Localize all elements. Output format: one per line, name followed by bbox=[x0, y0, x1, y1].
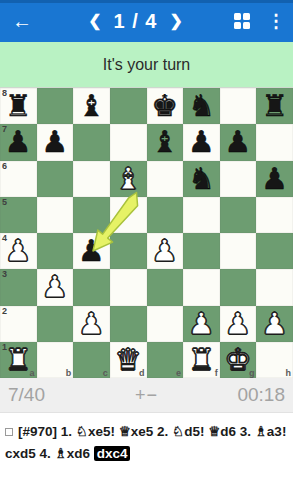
piece-black-knight: ♞ bbox=[183, 161, 220, 197]
moves-line[interactable]: [#970] 1. ♘xe5! ♕xe5 2. ♘d5! ♕d6 3. ♗a3!… bbox=[0, 413, 293, 465]
piece-white-pawn: ♟ bbox=[256, 306, 293, 342]
square-g2[interactable]: ♟ bbox=[220, 306, 257, 342]
turn-banner-text: It's your turn bbox=[103, 56, 191, 74]
square-d1[interactable]: d♛ bbox=[110, 342, 147, 378]
piece-black-pawn: ♟ bbox=[220, 124, 257, 160]
square-e4[interactable]: ♟ bbox=[147, 233, 184, 269]
piece-white-pawn: ♟ bbox=[183, 306, 220, 342]
square-d7[interactable] bbox=[110, 124, 147, 160]
square-a8[interactable]: 8♜ bbox=[0, 88, 37, 124]
piece-white-pawn: ♟ bbox=[73, 306, 110, 342]
score-indicator: +− bbox=[88, 385, 205, 406]
square-f5[interactable] bbox=[183, 197, 220, 233]
square-b3[interactable]: ♟ bbox=[37, 269, 74, 305]
square-h1[interactable]: h bbox=[256, 342, 293, 378]
piece-white-king: ♚ bbox=[220, 342, 257, 378]
square-a5[interactable]: 5 bbox=[0, 197, 37, 233]
square-e5[interactable] bbox=[147, 197, 184, 233]
square-h7[interactable] bbox=[256, 124, 293, 160]
square-a2[interactable]: 2 bbox=[0, 306, 37, 342]
square-c6[interactable] bbox=[73, 161, 110, 197]
timer: 00:18 bbox=[205, 384, 293, 406]
square-e8[interactable]: ♚ bbox=[147, 88, 184, 124]
file-label-h: h bbox=[286, 368, 292, 378]
square-b8[interactable] bbox=[37, 88, 74, 124]
rank-label-6: 6 bbox=[2, 161, 7, 171]
square-e7[interactable]: ♝ bbox=[147, 124, 184, 160]
prev-exercise-icon[interactable]: ❮ bbox=[88, 13, 101, 29]
piece-white-bishop: ♝ bbox=[110, 161, 147, 197]
piece-black-rook: ♜ bbox=[256, 88, 293, 124]
file-label-e: e bbox=[176, 368, 181, 378]
current-move[interactable]: dxc4 bbox=[94, 446, 131, 461]
square-g1[interactable]: g♚ bbox=[220, 342, 257, 378]
exercise-list-button[interactable] bbox=[227, 6, 257, 36]
piece-black-rook: ♜ bbox=[0, 88, 37, 124]
square-c5[interactable] bbox=[73, 197, 110, 233]
square-d6[interactable]: ♝ bbox=[110, 161, 147, 197]
square-d3[interactable] bbox=[110, 269, 147, 305]
file-label-c: c bbox=[103, 368, 108, 378]
turn-banner: It's your turn bbox=[0, 42, 293, 88]
overflow-menu-icon[interactable]: ⋮ bbox=[263, 10, 289, 32]
piece-white-pawn: ♟ bbox=[147, 233, 184, 269]
square-a4[interactable]: 4♟ bbox=[0, 233, 37, 269]
square-a6[interactable]: 6 bbox=[0, 161, 37, 197]
square-a7[interactable]: 7♟ bbox=[0, 124, 37, 160]
progress-counter: 7/40 bbox=[0, 384, 88, 406]
piece-white-pawn: ♟ bbox=[220, 306, 257, 342]
rank-label-3: 3 bbox=[2, 269, 7, 279]
square-b2[interactable] bbox=[37, 306, 74, 342]
piece-black-pawn: ♟ bbox=[73, 233, 110, 269]
square-d2[interactable] bbox=[110, 306, 147, 342]
square-h4[interactable] bbox=[256, 233, 293, 269]
square-g5[interactable] bbox=[220, 197, 257, 233]
piece-black-bishop: ♝ bbox=[147, 124, 184, 160]
piece-white-pawn: ♟ bbox=[37, 269, 74, 305]
square-c3[interactable] bbox=[73, 269, 110, 305]
square-e3[interactable] bbox=[147, 269, 184, 305]
square-e1[interactable]: e bbox=[147, 342, 184, 378]
square-h5[interactable] bbox=[256, 197, 293, 233]
square-f1[interactable]: f♜ bbox=[183, 342, 220, 378]
piece-white-rook: ♜ bbox=[183, 342, 220, 378]
square-g4[interactable] bbox=[220, 233, 257, 269]
piece-white-rook: ♜ bbox=[0, 342, 37, 378]
piece-black-knight: ♞ bbox=[183, 88, 220, 124]
square-f7[interactable]: ♟ bbox=[183, 124, 220, 160]
square-f4[interactable] bbox=[183, 233, 220, 269]
piece-black-bishop: ♝ bbox=[73, 88, 110, 124]
square-b7[interactable]: ♟ bbox=[37, 124, 74, 160]
rank-label-5: 5 bbox=[2, 197, 7, 207]
square-a1[interactable]: 1a♜ bbox=[0, 342, 37, 378]
square-f8[interactable]: ♞ bbox=[183, 88, 220, 124]
square-h3[interactable] bbox=[256, 269, 293, 305]
square-d4[interactable] bbox=[110, 233, 147, 269]
square-b6[interactable] bbox=[37, 161, 74, 197]
square-h2[interactable]: ♟ bbox=[256, 306, 293, 342]
square-d5[interactable] bbox=[110, 197, 147, 233]
piece-white-queen: ♛ bbox=[110, 342, 147, 378]
square-a3[interactable]: 3 bbox=[0, 269, 37, 305]
status-bar: 7/40 +− 00:18 bbox=[0, 378, 293, 413]
square-c8[interactable]: ♝ bbox=[73, 88, 110, 124]
piece-black-king: ♚ bbox=[147, 88, 184, 124]
square-c4[interactable]: ♟ bbox=[73, 233, 110, 269]
square-b1[interactable]: b bbox=[37, 342, 74, 378]
next-exercise-icon[interactable]: ❯ bbox=[169, 13, 182, 29]
square-e6[interactable] bbox=[147, 161, 184, 197]
app-bar: ← ❮ 1 / 4 ❯ ⋮ bbox=[0, 0, 293, 42]
square-c7[interactable] bbox=[73, 124, 110, 160]
square-g3[interactable] bbox=[220, 269, 257, 305]
piece-black-pawn: ♟ bbox=[183, 124, 220, 160]
piece-black-pawn: ♟ bbox=[0, 124, 37, 160]
piece-black-pawn: ♟ bbox=[256, 161, 293, 197]
exercise-pager: ❮ 1 / 4 ❯ bbox=[44, 10, 227, 33]
square-f2[interactable]: ♟ bbox=[183, 306, 220, 342]
piece-black-pawn: ♟ bbox=[37, 124, 74, 160]
square-g6[interactable] bbox=[220, 161, 257, 197]
square-h8[interactable]: ♜ bbox=[256, 88, 293, 124]
square-b5[interactable] bbox=[37, 197, 74, 233]
square-c2[interactable]: ♟ bbox=[73, 306, 110, 342]
back-icon[interactable]: ← bbox=[0, 10, 44, 33]
square-e2[interactable] bbox=[147, 306, 184, 342]
square-g7[interactable]: ♟ bbox=[220, 124, 257, 160]
square-f3[interactable] bbox=[183, 269, 220, 305]
square-d8[interactable] bbox=[110, 88, 147, 124]
grid-icon bbox=[234, 13, 250, 29]
chess-board: 8♜♝♚♞♜7♟♟♝♟♟6♝♞♟54♟♟♟3♟2♟♟♟♟1a♜bcd♛ef♜g♚… bbox=[0, 88, 293, 378]
exercise-counter: 1 / 4 bbox=[114, 10, 158, 33]
bullet-icon bbox=[5, 428, 13, 436]
square-f6[interactable]: ♞ bbox=[183, 161, 220, 197]
moves-text: [#970] 1. ♘xe5! ♕xe5 2. ♘d5! ♕d6 3. ♗a3!… bbox=[5, 424, 286, 461]
square-b4[interactable] bbox=[37, 233, 74, 269]
square-h6[interactable]: ♟ bbox=[256, 161, 293, 197]
square-c1[interactable]: c bbox=[73, 342, 110, 378]
rank-label-2: 2 bbox=[2, 306, 7, 316]
file-label-b: b bbox=[66, 368, 72, 378]
piece-white-pawn: ♟ bbox=[0, 233, 37, 269]
square-g8[interactable] bbox=[220, 88, 257, 124]
